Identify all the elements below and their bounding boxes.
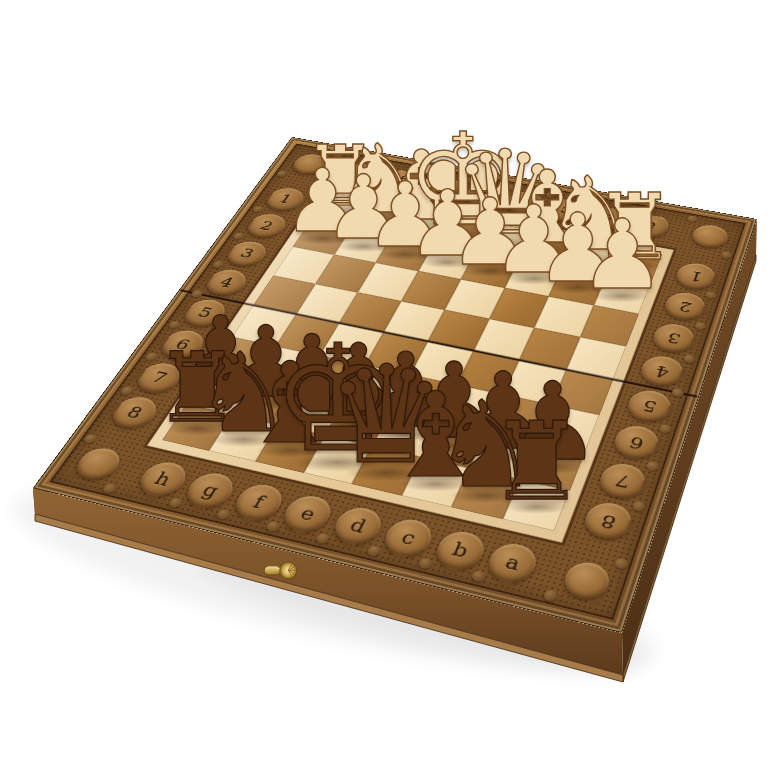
coordinate-text: b <box>449 540 471 561</box>
coordinate-text: 2 <box>257 219 276 232</box>
coordinate-text: c <box>558 204 573 217</box>
coordinate-text: 3 <box>665 330 682 346</box>
coordinate-text: b <box>600 211 616 224</box>
coordinate-text: 6 <box>627 433 646 451</box>
coordinate-text: 1 <box>688 269 704 283</box>
coordinate-text: 2 <box>677 299 694 314</box>
coordinate-text: g <box>394 175 411 187</box>
coordinate-text: e <box>475 189 491 202</box>
coordinate-text: d <box>516 196 533 209</box>
coordinate-text: g <box>199 481 222 500</box>
coordinate-text: a <box>503 552 523 573</box>
coordinate-text: 3 <box>237 247 256 261</box>
coordinate-text: f <box>437 182 449 194</box>
coordinate-text: a <box>643 219 658 232</box>
coordinate-text: 8 <box>598 511 618 531</box>
coordinate-text: 4 <box>217 275 237 290</box>
coordinate-text: 6 <box>172 337 193 353</box>
coordinate-text: 7 <box>148 370 170 387</box>
coordinate-text: d <box>347 516 369 536</box>
coordinate-text: 1 <box>276 193 294 206</box>
coordinate-text: e <box>297 504 318 524</box>
coordinate-text: 8 <box>123 404 145 421</box>
coordinate-text: 5 <box>640 397 658 414</box>
coordinate-text: h <box>355 168 372 180</box>
coordinate-text: 5 <box>195 305 215 320</box>
product-photo-scene: 1234567812345678hgfedcbahgfedcba ♜♞♝♛♚♝♞… <box>0 0 780 780</box>
coordinate-text: 4 <box>653 363 671 380</box>
coordinate-text: f <box>250 493 267 511</box>
coordinate-text: c <box>398 528 418 548</box>
coordinate-text: 7 <box>613 471 632 490</box>
coordinate-text: h <box>151 470 174 489</box>
